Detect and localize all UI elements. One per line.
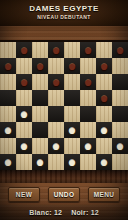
difficulty-label: NIVEAU DEBUTANT [0,14,128,20]
square-r1c2[interactable]: ● [32,58,48,74]
square-r1c5[interactable] [80,58,96,74]
square-r1c7[interactable] [112,58,128,74]
square-r1c6[interactable]: ● [96,58,112,74]
square-r1c0[interactable]: ● [0,58,16,74]
square-r2c7[interactable] [112,74,128,90]
square-r7c5[interactable] [80,154,96,170]
square-r2c0[interactable] [0,74,16,90]
black-piece[interactable]: ● [20,74,28,90]
square-r4c0[interactable] [0,106,16,122]
white-piece[interactable]: ● [116,138,124,154]
square-r2c2[interactable] [32,74,48,90]
black-piece[interactable]: ● [68,58,76,74]
black-score-label: Noir: [71,209,88,216]
square-r6c0[interactable] [0,138,16,154]
square-r6c2[interactable] [32,138,48,154]
square-r0c6[interactable] [96,42,112,58]
header: DAMES EGYPTE NIVEAU DEBUTANT [0,0,128,26]
square-r1c4[interactable]: ● [64,58,80,74]
black-piece[interactable]: ● [84,74,92,90]
black-piece[interactable]: ● [116,42,124,58]
square-r4c3[interactable] [48,106,64,122]
square-r5c4[interactable]: ● [64,122,80,138]
black-piece[interactable]: ● [36,58,44,74]
square-r7c4[interactable]: ● [64,154,80,170]
square-r4c1[interactable]: ● [16,106,32,122]
square-r6c3[interactable]: ● [48,138,64,154]
square-r0c0[interactable] [0,42,16,58]
black-piece[interactable]: ● [52,42,60,58]
square-r0c1[interactable]: ● [16,42,32,58]
square-r6c5[interactable]: ● [80,138,96,154]
white-piece[interactable]: ● [100,122,108,138]
square-r4c7[interactable] [112,106,128,122]
square-r3c4[interactable] [64,90,80,106]
menu-button[interactable]: MENU [88,187,120,202]
black-piece[interactable]: ● [84,42,92,58]
square-r6c6[interactable] [96,138,112,154]
square-r6c4[interactable] [64,138,80,154]
black-piece[interactable]: ● [52,74,60,90]
white-piece[interactable]: ● [4,122,12,138]
square-r5c5[interactable] [80,122,96,138]
square-r2c5[interactable]: ● [80,74,96,90]
square-r4c5[interactable] [80,106,96,122]
square-r3c2[interactable] [32,90,48,106]
square-r5c1[interactable] [16,122,32,138]
square-r2c6[interactable] [96,74,112,90]
white-score-label: Blanc: [29,209,52,216]
board-bottom-edge [0,170,128,183]
square-r5c2[interactable] [32,122,48,138]
square-r0c5[interactable]: ● [80,42,96,58]
square-r0c3[interactable]: ● [48,42,64,58]
white-piece[interactable]: ● [20,106,28,122]
white-piece[interactable]: ● [36,154,44,170]
square-r7c3[interactable] [48,154,64,170]
square-r3c3[interactable] [48,90,64,106]
black-piece[interactable]: ● [100,58,108,74]
square-r2c1[interactable]: ● [16,74,32,90]
square-r2c4[interactable] [64,74,80,90]
black-score-count: 12 [91,209,99,216]
white-piece[interactable]: ● [68,154,76,170]
square-r7c1[interactable] [16,154,32,170]
white-score: Blanc: 12 [29,209,62,216]
square-r0c4[interactable] [64,42,80,58]
white-score-count: 12 [54,209,62,216]
square-r3c5[interactable] [80,90,96,106]
square-r1c1[interactable] [16,58,32,74]
black-score: Noir: 12 [71,209,99,216]
square-r0c2[interactable] [32,42,48,58]
square-r5c3[interactable] [48,122,64,138]
square-r3c0[interactable] [0,90,16,106]
white-piece[interactable]: ● [4,154,12,170]
square-r5c6[interactable]: ● [96,122,112,138]
white-piece[interactable]: ● [52,138,60,154]
square-r4c2[interactable] [32,106,48,122]
square-r0c7[interactable]: ● [112,42,128,58]
square-r7c7[interactable] [112,154,128,170]
square-r1c3[interactable] [48,58,64,74]
checkers-board: ●●●●●●●●●●●●●●●●●●●●●●●● [0,42,128,170]
square-r7c2[interactable]: ● [32,154,48,170]
app-title: DAMES EGYPTE [0,0,128,13]
undo-button[interactable]: UNDO [48,187,80,202]
square-r4c6[interactable] [96,106,112,122]
square-r7c0[interactable]: ● [0,154,16,170]
square-r6c1[interactable]: ● [16,138,32,154]
square-r4c4[interactable] [64,106,80,122]
square-r6c7[interactable]: ● [112,138,128,154]
white-piece[interactable]: ● [100,154,108,170]
new-button[interactable]: NEW [8,187,40,202]
controls-bar: NEW UNDO MENU [0,187,128,203]
square-r7c6[interactable]: ● [96,154,112,170]
black-piece[interactable]: ● [4,58,12,74]
white-piece[interactable]: ● [68,122,76,138]
score-bar: Blanc: 12 Noir: 12 [0,205,128,220]
black-piece[interactable]: ● [20,42,28,58]
square-r3c1[interactable] [16,90,32,106]
square-r5c0[interactable]: ● [0,122,16,138]
square-r3c6[interactable]: ● [96,90,112,106]
app-window: DAMES EGYPTE NIVEAU DEBUTANT ●●●●●●●●●●●… [0,0,128,220]
white-piece[interactable]: ● [84,138,92,154]
square-r5c7[interactable] [112,122,128,138]
black-piece[interactable]: ● [100,90,108,106]
square-r2c3[interactable]: ● [48,74,64,90]
square-r3c7[interactable] [112,90,128,106]
white-piece[interactable]: ● [20,138,28,154]
